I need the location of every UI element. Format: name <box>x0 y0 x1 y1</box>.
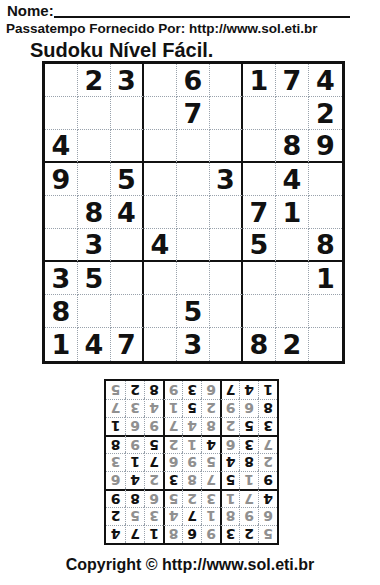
solution-cell-r3c9: 9 <box>106 489 125 507</box>
solution-cell-r3c5: 2 <box>182 489 201 507</box>
solution-cell-r3c7: 6 <box>144 489 163 507</box>
cell-r9c9 <box>309 328 342 361</box>
solution-cell-r4c1: 9 <box>258 471 277 489</box>
cell-r9c4 <box>144 328 177 361</box>
solution-cell-r8c7: 4 <box>144 399 163 417</box>
solution-cell-r2c2: 9 <box>239 507 258 525</box>
solution-cell-r2c3: 8 <box>220 507 239 525</box>
cell-r6c6 <box>210 229 243 262</box>
solution-cell-r2c1: 6 <box>258 507 277 525</box>
cell-r2c8 <box>276 97 309 130</box>
solution-cell-r1c8: 7 <box>125 525 144 543</box>
solution-cell-r7c6: 7 <box>163 417 182 435</box>
solution-cell-r8c9: 7 <box>106 399 125 417</box>
solution-cell-r5c8: 1 <box>125 453 144 471</box>
cell-r7c1: 3 <box>45 262 78 295</box>
cell-r5c6 <box>210 196 243 229</box>
cell-r5c4 <box>144 196 177 229</box>
solution-cell-r8c3: 9 <box>220 399 239 417</box>
cell-r6c7: 5 <box>243 229 276 262</box>
cell-r2c7 <box>243 97 276 130</box>
solution-cell-r1c7: 1 <box>144 525 163 543</box>
cell-r1c6 <box>210 64 243 97</box>
cell-r5c3: 4 <box>111 196 144 229</box>
cell-r6c5 <box>177 229 210 262</box>
solution-cell-r3c1: 4 <box>258 489 277 507</box>
solution-cell-r7c8: 6 <box>125 417 144 435</box>
solution-cell-r9c2: 4 <box>239 381 258 399</box>
cell-r7c5 <box>177 262 210 295</box>
solution-cell-r5c7: 7 <box>144 453 163 471</box>
solution-cell-r4c3: 5 <box>220 471 239 489</box>
cell-r5c8: 1 <box>276 196 309 229</box>
cell-r8c8 <box>276 295 309 328</box>
cell-r6c2: 3 <box>78 229 111 262</box>
cell-r4c8: 4 <box>276 163 309 196</box>
solution-cell-r2c4: 1 <box>201 507 220 525</box>
name-label: Nome: <box>7 3 54 18</box>
solution-cell-r6c8: 9 <box>125 435 144 453</box>
cell-r3c7 <box>243 130 276 163</box>
solution-cell-r9c9: 5 <box>106 381 125 399</box>
solution-cell-r7c5: 4 <box>182 417 201 435</box>
solution-cell-r1c5: 6 <box>182 525 201 543</box>
solution-cell-r7c9: 1 <box>106 417 125 435</box>
cell-r4c5 <box>177 163 210 196</box>
cell-r4c4 <box>144 163 177 196</box>
cell-r7c6 <box>210 262 243 295</box>
solution-cell-r2c5: 7 <box>182 507 201 525</box>
cell-r8c7 <box>243 295 276 328</box>
solution-cell-r6c3: 6 <box>220 435 239 453</box>
cell-r3c1: 4 <box>45 130 78 163</box>
cell-r8c6 <box>210 295 243 328</box>
cell-r3c2 <box>78 130 111 163</box>
cell-r6c3 <box>111 229 144 262</box>
solution-cell-r7c3: 2 <box>220 417 239 435</box>
solution-cell-r6c4: 4 <box>201 435 220 453</box>
cell-r8c4 <box>144 295 177 328</box>
cell-r7c7 <box>243 262 276 295</box>
solution-cell-r3c8: 8 <box>125 489 144 507</box>
solution-cell-r4c6: 3 <box>163 471 182 489</box>
cell-r6c1 <box>45 229 78 262</box>
solution-cell-r5c5: 9 <box>182 453 201 471</box>
cell-r7c3 <box>111 262 144 295</box>
cell-r5c5 <box>177 196 210 229</box>
sudoku-solution-grid: 5239681746981743524713256899157832462845… <box>104 379 279 545</box>
cell-r4c2 <box>78 163 111 196</box>
cell-r2c2 <box>78 97 111 130</box>
solution-cell-r7c7: 9 <box>144 417 163 435</box>
solution-cell-r6c5: 1 <box>182 435 201 453</box>
solution-cell-r6c9: 8 <box>106 435 125 453</box>
cell-r4c7 <box>243 163 276 196</box>
cell-r9c1: 1 <box>45 328 78 361</box>
cell-r9c8: 2 <box>276 328 309 361</box>
cell-r9c5: 3 <box>177 328 210 361</box>
page-title: Sudoku Nível Fácil. <box>30 39 213 62</box>
cell-r8c3 <box>111 295 144 328</box>
solution-cell-r8c5: 5 <box>182 399 201 417</box>
solution-cell-r1c3: 3 <box>220 525 239 543</box>
cell-r1c2: 2 <box>78 64 111 97</box>
solution-cell-r7c2: 5 <box>239 417 258 435</box>
solution-cell-r5c2: 8 <box>239 453 258 471</box>
cell-r4c9 <box>309 163 342 196</box>
cell-r4c6: 3 <box>210 163 243 196</box>
solution-cell-r5c6: 6 <box>163 453 182 471</box>
provider-line: Passatempo Fornecido Por: http://www.sol… <box>6 21 318 36</box>
cell-r2c9: 2 <box>309 97 342 130</box>
solution-cell-r5c4: 5 <box>201 453 220 471</box>
cell-r6c9: 8 <box>309 229 342 262</box>
solution-cell-r4c9: 6 <box>106 471 125 489</box>
cell-r9c3: 7 <box>111 328 144 361</box>
solution-cell-r7c1: 3 <box>258 417 277 435</box>
cell-r5c9 <box>309 196 342 229</box>
cell-r1c8: 7 <box>276 64 309 97</box>
solution-cell-r3c6: 5 <box>163 489 182 507</box>
solution-cell-r9c4: 6 <box>201 381 220 399</box>
solution-cell-r6c7: 5 <box>144 435 163 453</box>
solution-cell-r9c3: 7 <box>220 381 239 399</box>
cell-r9c7: 8 <box>243 328 276 361</box>
cell-r7c8 <box>276 262 309 295</box>
cell-r7c2: 5 <box>78 262 111 295</box>
sudoku-grid: 2361747248995348471345835185147382 <box>42 61 345 364</box>
cell-r3c8: 8 <box>276 130 309 163</box>
cell-r8c2 <box>78 295 111 328</box>
cell-r1c9: 4 <box>309 64 342 97</box>
solution-cell-r4c5: 8 <box>182 471 201 489</box>
cell-r3c9: 9 <box>309 130 342 163</box>
cell-r3c5 <box>177 130 210 163</box>
solution-cell-r6c1: 7 <box>258 435 277 453</box>
solution-cell-r2c7: 3 <box>144 507 163 525</box>
cell-r5c1 <box>45 196 78 229</box>
solution-cell-r4c2: 1 <box>239 471 258 489</box>
cell-r6c8 <box>276 229 309 262</box>
solution-cell-r9c1: 1 <box>258 381 277 399</box>
cell-r3c6 <box>210 130 243 163</box>
cell-r2c3 <box>111 97 144 130</box>
solution-cell-r8c4: 2 <box>201 399 220 417</box>
solution-cell-r9c7: 8 <box>144 381 163 399</box>
cell-r1c5: 6 <box>177 64 210 97</box>
solution-cell-r5c1: 2 <box>258 453 277 471</box>
solution-cell-r3c4: 3 <box>201 489 220 507</box>
cell-r8c9 <box>309 295 342 328</box>
cell-r3c3 <box>111 130 144 163</box>
cell-r1c3: 3 <box>111 64 144 97</box>
cell-r1c1 <box>45 64 78 97</box>
cell-r5c2: 8 <box>78 196 111 229</box>
cell-r1c4 <box>144 64 177 97</box>
solution-cell-r1c4: 9 <box>201 525 220 543</box>
name-blank-underline <box>54 2 350 18</box>
solution-cell-r2c9: 2 <box>106 507 125 525</box>
solution-cell-r1c9: 4 <box>106 525 125 543</box>
cell-r5c7: 7 <box>243 196 276 229</box>
solution-cell-r9c8: 2 <box>125 381 144 399</box>
solution-cell-r1c6: 8 <box>163 525 182 543</box>
cell-r4c3: 5 <box>111 163 144 196</box>
cell-r1c7: 1 <box>243 64 276 97</box>
solution-cell-r3c2: 7 <box>239 489 258 507</box>
solution-cell-r2c8: 5 <box>125 507 144 525</box>
solution-cell-r5c9: 3 <box>106 453 125 471</box>
solution-cell-r8c1: 8 <box>258 399 277 417</box>
solution-cell-r9c5: 3 <box>182 381 201 399</box>
solution-cell-r7c4: 8 <box>201 417 220 435</box>
copyright-text: Copyright © http://www.sol.eti.br <box>0 556 380 574</box>
cell-r7c9: 1 <box>309 262 342 295</box>
cell-r6c4: 4 <box>144 229 177 262</box>
cell-r7c4 <box>144 262 177 295</box>
solution-cell-r2c6: 4 <box>163 507 182 525</box>
solution-cell-r6c6: 2 <box>163 435 182 453</box>
solution-cell-r4c4: 7 <box>201 471 220 489</box>
cell-r3c4 <box>144 130 177 163</box>
solution-cell-r4c8: 4 <box>125 471 144 489</box>
cell-r2c4 <box>144 97 177 130</box>
cell-r2c1 <box>45 97 78 130</box>
solution-cell-r9c6: 9 <box>163 381 182 399</box>
cell-r9c6 <box>210 328 243 361</box>
solution-cell-r8c2: 6 <box>239 399 258 417</box>
cell-r8c1: 8 <box>45 295 78 328</box>
cell-r2c6 <box>210 97 243 130</box>
solution-cell-r1c1: 5 <box>258 525 277 543</box>
name-line: Nome: <box>7 2 350 18</box>
solution-cell-r6c2: 3 <box>239 435 258 453</box>
cell-r8c5: 5 <box>177 295 210 328</box>
solution-cell-r3c3: 1 <box>220 489 239 507</box>
solution-cell-r8c6: 1 <box>163 399 182 417</box>
solution-cell-r4c7: 2 <box>144 471 163 489</box>
solution-cell-r8c8: 3 <box>125 399 144 417</box>
cell-r2c5: 7 <box>177 97 210 130</box>
solution-cell-r5c3: 4 <box>220 453 239 471</box>
cell-r4c1: 9 <box>45 163 78 196</box>
cell-r9c2: 4 <box>78 328 111 361</box>
solution-cell-r1c2: 2 <box>239 525 258 543</box>
